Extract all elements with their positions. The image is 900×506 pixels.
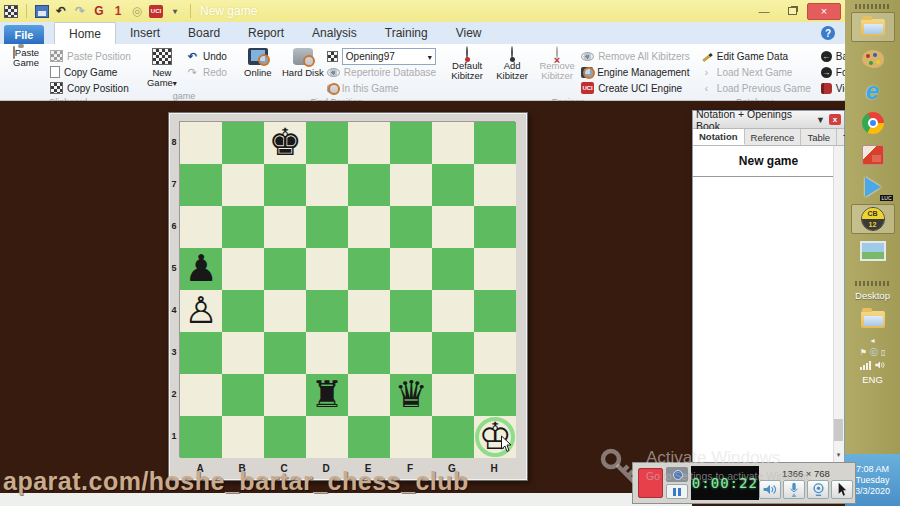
ribbon-tab-row: File Home Insert Board Report Analysis T… [0, 22, 845, 44]
square-a4[interactable]: ♙ [180, 290, 222, 332]
square-c7[interactable] [264, 164, 306, 206]
square-f8[interactable] [390, 122, 432, 164]
restore-button[interactable] [779, 3, 805, 20]
webcam-icon [812, 483, 825, 497]
mouse-cursor-icon [500, 435, 513, 453]
tab-report[interactable]: Report [234, 22, 298, 44]
square-g5[interactable] [432, 248, 474, 290]
square-f5[interactable] [390, 248, 432, 290]
group-find-position: Online Hard Disk Opening97 [232, 44, 441, 100]
rank-label-5: 5 [169, 247, 179, 289]
piece-black-king[interactable]: ♚ [264, 122, 306, 164]
load-previous-game-button[interactable]: ‹ Load Previous Game [700, 81, 811, 95]
webcam-button[interactable] [807, 480, 829, 499]
screen: ↶ ↷ G 1 ◎ UCI ▾ New game — × File Home I… [0, 0, 900, 506]
recording-timer: 0:00:22 [691, 466, 759, 500]
taskbar-internet-explorer[interactable]: e [851, 76, 895, 106]
square-b8[interactable] [222, 122, 264, 164]
back-icon: ← [821, 51, 832, 62]
repertoire-icon [327, 68, 340, 77]
square-h6[interactable] [474, 206, 516, 248]
copy-position-button[interactable]: Copy Position [50, 81, 131, 95]
screenshot-camera-icon[interactable] [666, 467, 688, 482]
one-icon[interactable]: 1 [111, 5, 125, 18]
redo-icon: ↷ [186, 66, 199, 78]
add-kibitzer-button[interactable]: Add Kibitzer [491, 46, 533, 81]
taskbar-chessbase[interactable]: CB 12 [851, 204, 895, 234]
qat-dropdown-icon[interactable]: ▾ [168, 5, 182, 18]
faded-icon[interactable]: ◎ [130, 5, 144, 18]
save-icon[interactable] [35, 5, 49, 18]
edit-game-data-button[interactable]: Edit Game Data [700, 49, 811, 63]
square-d7[interactable] [306, 164, 348, 206]
microphone-icon [789, 482, 799, 497]
square-a1[interactable] [180, 416, 222, 458]
tab-table[interactable]: Table [801, 129, 837, 145]
piece-black-pawn[interactable]: ♟ [180, 248, 222, 290]
history-book-icon [821, 83, 832, 94]
remove-kibitzer-icon [556, 46, 558, 59]
undo-icon: ↶ [186, 50, 199, 62]
remove-all-kibitzers-icon [581, 52, 594, 61]
divider [26, 4, 27, 18]
internet-explorer-icon: e [866, 80, 879, 102]
square-d8[interactable] [306, 122, 348, 164]
tab-file[interactable]: File [4, 25, 44, 44]
square-h4[interactable] [474, 290, 516, 332]
speaker-icon [762, 483, 778, 496]
photos-icon [860, 241, 886, 261]
chess-board[interactable]: ♚♟♙♜♛♔ [179, 121, 515, 457]
square-e8[interactable] [348, 122, 390, 164]
book-combo-row: Opening97 [327, 49, 436, 63]
online-search-icon [248, 48, 268, 65]
square-f4[interactable] [390, 290, 432, 332]
scroll-down-icon[interactable]: ▾ [833, 451, 844, 459]
square-b3[interactable] [222, 332, 264, 374]
new-game-caret-icon [173, 77, 177, 88]
square-e1[interactable] [348, 416, 390, 458]
rank-label-6: 6 [169, 205, 179, 247]
language-indicator[interactable]: ENG [862, 374, 883, 385]
notation-divider [693, 176, 844, 177]
square-e5[interactable] [348, 248, 390, 290]
pause-button[interactable] [666, 484, 688, 499]
online-button[interactable]: Online [237, 46, 279, 78]
piece-black-queen[interactable]: ♛ [390, 374, 432, 416]
taskbar-photos[interactable] [851, 236, 895, 266]
rank-label-8: 8 [169, 121, 179, 163]
forward-icon: → [821, 67, 832, 78]
tab-notation[interactable]: Notation [693, 129, 745, 145]
microphone-button[interactable] [783, 480, 805, 499]
square-h7[interactable] [474, 164, 516, 206]
square-f3[interactable] [390, 332, 432, 374]
notation-panel-header[interactable]: Notation + Openings Book ▼ x [693, 111, 844, 129]
square-b2[interactable] [222, 374, 264, 416]
engine-management-button[interactable]: Engine Management [581, 65, 690, 79]
create-uci-icon: UCI [581, 82, 594, 94]
opening-book-combobox[interactable]: Opening97 [342, 48, 436, 65]
square-a5[interactable]: ♟ [180, 248, 222, 290]
default-kibitzer-icon [466, 46, 468, 59]
square-b1[interactable] [222, 416, 264, 458]
square-a6[interactable] [180, 206, 222, 248]
chrome-icon [862, 112, 884, 134]
default-kibitzer-button[interactable]: Default Kibitzer [446, 46, 488, 81]
piece-white-pawn[interactable]: ♙ [180, 290, 222, 332]
copy-position-icon [50, 82, 63, 94]
square-d3[interactable] [306, 332, 348, 374]
book-icon [327, 51, 338, 62]
title-bar: ↶ ↷ G 1 ◎ UCI ▾ New game — × [0, 0, 845, 22]
square-c1[interactable] [264, 416, 306, 458]
combo-caret-icon [428, 51, 432, 62]
square-e7[interactable] [348, 164, 390, 206]
rank-label-4: 4 [169, 289, 179, 331]
remove-all-kibitzers-button[interactable]: Remove All Kibitzers [581, 49, 690, 63]
add-kibitzer-icon [511, 46, 513, 59]
screen-recorder-toolbar: 0:00:22 1366 × 768 [632, 462, 856, 504]
square-d5[interactable] [306, 248, 348, 290]
undo-button[interactable]: ↶ Undo [186, 49, 227, 63]
tab-home[interactable]: Home [54, 22, 116, 44]
paint-icon [862, 50, 884, 68]
new-game-icon [152, 48, 172, 65]
aparat-watermark: aparat.com/hoshe_bartar_chess_club [3, 467, 469, 496]
in-this-game-icon [327, 84, 338, 93]
rank-label-1: 1 [169, 415, 179, 457]
divider [190, 4, 191, 18]
record-stop-button[interactable] [638, 468, 663, 498]
square-f7[interactable] [390, 164, 432, 206]
tab-analysis[interactable]: Analysis [298, 22, 371, 44]
notation-tabs: Notation Reference Table Tr ◂ ▸ [693, 129, 844, 146]
load-game-icon[interactable]: G [92, 5, 106, 18]
square-g6[interactable] [432, 206, 474, 248]
square-c3[interactable] [264, 332, 306, 374]
player-label: LUC [880, 195, 892, 201]
square-g1[interactable] [432, 416, 474, 458]
load-next-icon: › [700, 66, 713, 78]
group-engines: Default Kibitzer Add Kibitzer Remove Kib… [441, 44, 695, 100]
taskbar-media-player[interactable]: LUC [851, 172, 895, 202]
engine-management-icon [581, 67, 593, 78]
square-g3[interactable] [432, 332, 474, 374]
hard-disk-button[interactable]: Hard Disk [282, 46, 324, 78]
square-g7[interactable] [432, 164, 474, 206]
cursor-capture-button[interactable] [831, 480, 853, 499]
copy-game-button[interactable]: Copy Game [50, 65, 131, 79]
square-f6[interactable] [390, 206, 432, 248]
square-c6[interactable] [264, 206, 306, 248]
tab-training[interactable]: Training [371, 22, 442, 44]
safety-icon: ⓒ [870, 347, 878, 358]
help-icon[interactable]: ? [821, 26, 835, 40]
taskbar-media-app[interactable] [851, 140, 895, 170]
copy-game-icon [50, 66, 60, 78]
notation-panel-title: Notation + Openings Book [696, 108, 816, 132]
square-g4[interactable] [432, 290, 474, 332]
window-title: New game [200, 4, 257, 18]
square-a2[interactable] [180, 374, 222, 416]
rank-label-2: 2 [169, 373, 179, 415]
load-previous-icon: ‹ [700, 82, 713, 94]
paste-game-button[interactable]: Paste Game [5, 46, 47, 68]
tab-insert[interactable]: Insert [116, 22, 174, 44]
square-h1[interactable]: ♔ [474, 416, 516, 458]
speaker-button[interactable] [759, 480, 781, 499]
create-uci-engine-button[interactable]: UCI Create UCI Engine [581, 81, 690, 95]
square-e3[interactable] [348, 332, 390, 374]
uci-badge-icon[interactable]: UCI [149, 5, 163, 18]
close-button[interactable]: × [807, 3, 841, 20]
board-window: 87654321 ♚♟♙♜♛♔ ABCDEFGH [168, 112, 528, 481]
square-c8[interactable]: ♚ [264, 122, 306, 164]
undo-icon[interactable]: ↶ [54, 5, 68, 18]
desktop-label[interactable]: Desktop [855, 290, 890, 301]
square-a3[interactable] [180, 332, 222, 374]
cursor-icon [837, 482, 847, 497]
flag-icon: ⚑ [860, 348, 867, 357]
rank-label-7: 7 [169, 163, 179, 205]
rank-label-3: 3 [169, 331, 179, 373]
notation-content[interactable]: New game ▾ [693, 146, 844, 467]
square-h3[interactable] [474, 332, 516, 374]
tab-board[interactable]: Board [174, 22, 234, 44]
square-h8[interactable] [474, 122, 516, 164]
square-c4[interactable] [264, 290, 306, 332]
network-signal-icon [860, 361, 871, 370]
square-b4[interactable] [222, 290, 264, 332]
redo-icon[interactable]: ↷ [73, 5, 87, 18]
tray-icons-row2[interactable] [860, 360, 886, 370]
square-g2[interactable] [432, 374, 474, 416]
square-a7[interactable] [180, 164, 222, 206]
hidden-icons-icon: ◂ [870, 336, 874, 345]
taskbar-chrome[interactable] [851, 108, 895, 138]
tab-reference[interactable]: Reference [745, 129, 802, 145]
paste-position-icon [50, 50, 63, 62]
notation-scrollbar[interactable]: ▾ [833, 146, 844, 467]
group-database: Edit Game Data › Load Next Game ‹ Load P… [695, 44, 816, 100]
square-e4[interactable] [348, 290, 390, 332]
square-b5[interactable] [222, 248, 264, 290]
tray-icons-row[interactable]: ⚑ ⓒ ▯ [860, 347, 886, 358]
taskbar-paint[interactable] [851, 44, 895, 74]
rank-labels: 87654321 [169, 121, 179, 457]
taskbar-file-explorer[interactable] [851, 12, 895, 42]
restore-icon [788, 7, 797, 15]
file-label-h: H [473, 460, 515, 476]
edit-pencil-icon [700, 50, 713, 62]
repertoire-database-button[interactable]: Repertoire Database [327, 65, 436, 79]
recording-resolution: 1366 × 768 [782, 467, 830, 480]
tray-expand[interactable]: ◂ [870, 336, 874, 345]
square-d1[interactable] [306, 416, 348, 458]
group-game: New Game ↶ Undo ↷ Redo game [136, 44, 232, 100]
square-e2[interactable] [348, 374, 390, 416]
square-b7[interactable] [222, 164, 264, 206]
load-next-game-button[interactable]: › Load Next Game [700, 65, 811, 79]
redo-button[interactable]: ↷ Redo [186, 65, 227, 79]
square-d4[interactable] [306, 290, 348, 332]
hard-disk-icon [293, 48, 313, 65]
notation-game-title: New game [693, 146, 844, 168]
ribbon: Paste Game Paste Position Copy Game Copy… [0, 44, 845, 101]
panel-close-icon[interactable]: x [829, 114, 841, 125]
file-explorer-icon [861, 19, 885, 36]
tab-view[interactable]: View [442, 22, 496, 44]
chessbase-icon: CB 12 [861, 207, 885, 231]
in-this-game-button[interactable]: In this Game [327, 81, 436, 95]
taskbar-desktop-folder[interactable] [851, 304, 895, 334]
volume-icon [874, 360, 886, 370]
square-h5[interactable] [474, 248, 516, 290]
app-logo-icon [4, 5, 18, 18]
square-f1[interactable] [390, 416, 432, 458]
taskbar: e LUC CB 12 Desktop ◂ ⚑ ⓒ ▯ ENG 7:08 [845, 0, 900, 506]
group-clipboard: Paste Game Paste Position Copy Game Copy… [0, 44, 136, 100]
taskbar-grip[interactable] [855, 281, 891, 286]
clipboard-icon [13, 46, 15, 59]
quick-access-toolbar: ↶ ↷ G 1 ◎ UCI ▾ [4, 4, 194, 18]
new-game-button[interactable]: New Game [141, 46, 183, 89]
square-d6[interactable] [306, 206, 348, 248]
square-a8[interactable] [180, 122, 222, 164]
square-e6[interactable] [348, 206, 390, 248]
taskbar-grip[interactable] [855, 4, 891, 9]
paste-position-button[interactable]: Paste Position [50, 49, 131, 63]
notation-panel: Notation + Openings Book ▼ x Notation Re… [692, 110, 845, 468]
media-app-icon [862, 145, 884, 165]
square-c2[interactable] [264, 374, 306, 416]
square-g8[interactable] [432, 122, 474, 164]
play-icon [865, 177, 881, 197]
remove-kibitzer-button[interactable]: Remove Kibitzer [536, 46, 578, 81]
square-c5[interactable] [264, 248, 306, 290]
scrollbar-thumb[interactable] [834, 419, 843, 441]
panel-dropdown-icon[interactable]: ▼ [816, 115, 825, 125]
battery-icon: ▯ [881, 348, 885, 357]
square-h2[interactable] [474, 374, 516, 416]
square-f2[interactable]: ♛ [390, 374, 432, 416]
minimize-button[interactable]: — [751, 3, 777, 20]
piece-black-rook[interactable]: ♜ [306, 374, 348, 416]
desktop-folder-icon [861, 311, 885, 328]
square-d2[interactable]: ♜ [306, 374, 348, 416]
square-b6[interactable] [222, 206, 264, 248]
